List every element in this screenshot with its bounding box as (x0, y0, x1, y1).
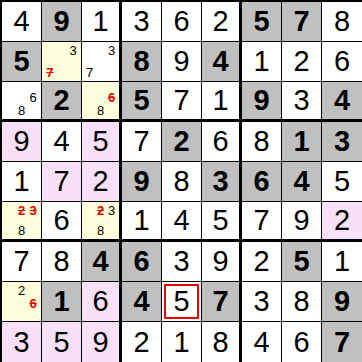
cell-r7c5[interactable]: 3 (162, 242, 202, 282)
given-digit: 9 (53, 7, 69, 36)
solved-digit: 6 (173, 7, 189, 36)
candidate-empty-slot (56, 66, 68, 79)
candidate-6: 6 (27, 91, 39, 104)
candidate-empty-slot (16, 310, 28, 319)
candidate-7-eliminated: 7 (44, 66, 56, 79)
candidate-3-eliminated: 3 (27, 204, 39, 217)
candidate-8: 8 (16, 104, 28, 117)
cell-r5c2[interactable]: 7 (42, 162, 82, 202)
candidate-empty-slot (4, 224, 16, 237)
cell-r9c7[interactable]: 4 (242, 322, 282, 362)
candidate-8: 8 (95, 224, 106, 237)
candidate-empty-slot (4, 297, 16, 310)
candidate-empty-slot (84, 44, 95, 57)
candidate-empty-slot (67, 66, 79, 79)
solved-digit: 7 (253, 206, 269, 235)
candidate-empty-slot (4, 204, 16, 217)
cell-r6c8[interactable]: 9 (282, 202, 322, 242)
cell-r5c1[interactable]: 1 (2, 162, 42, 202)
cell-r1c2[interactable]: 9 (42, 2, 82, 42)
cell-r2c1[interactable]: 5 (2, 42, 42, 82)
given-digit: 5 (253, 7, 269, 36)
cell-r4c8[interactable]: 1 (282, 122, 322, 162)
candidate-8: 8 (16, 224, 28, 237)
solved-digit: 8 (173, 167, 189, 196)
solved-digit: 7 (173, 86, 189, 115)
pencil-marks: 37 (84, 44, 117, 79)
cell-r5c5[interactable]: 8 (162, 162, 202, 202)
cell-r8c2[interactable]: 1 (42, 282, 82, 322)
cell-r3c7[interactable]: 9 (242, 82, 282, 122)
solved-digit: 9 (13, 127, 29, 156)
solved-digit: 4 (13, 7, 29, 36)
given-digit: 8 (133, 47, 149, 76)
candidate-8: 8 (95, 104, 106, 117)
cell-r8c3[interactable]: 6 (82, 282, 122, 322)
solved-digit: 4 (53, 127, 69, 156)
candidate-empty-slot (4, 104, 16, 117)
given-digit: 9 (253, 86, 269, 115)
cell-r2c4[interactable]: 8 (122, 42, 162, 82)
solved-digit: 1 (92, 7, 108, 36)
cell-r3c5[interactable]: 7 (162, 82, 202, 122)
solved-digit: 3 (253, 287, 269, 316)
cell-r1c9[interactable]: 8 (322, 2, 362, 42)
solved-digit: 9 (293, 206, 309, 235)
candidate-2-eliminated: 2 (95, 204, 106, 217)
solved-digit: 9 (92, 328, 108, 357)
solved-digit: 3 (293, 86, 309, 115)
cell-r7c2[interactable]: 8 (42, 242, 82, 282)
candidate-empty-slot (84, 204, 95, 217)
candidate-empty-slot (4, 84, 16, 91)
candidate-empty-slot (84, 217, 95, 224)
solved-digit: 8 (53, 247, 69, 276)
given-digit: 4 (334, 86, 350, 115)
given-digit: 1 (53, 287, 69, 316)
cell-r1c7[interactable]: 5 (242, 2, 282, 42)
cell-r4c4[interactable]: 7 (122, 122, 162, 162)
cell-r6c2[interactable]: 6 (42, 202, 82, 242)
cell-r2c5[interactable]: 9 (162, 42, 202, 82)
cell-r2c2[interactable]: 37 (42, 42, 82, 82)
solved-digit: 2 (212, 7, 228, 36)
cell-r7c1[interactable]: 7 (2, 242, 42, 282)
cell-r7c4[interactable]: 6 (122, 242, 162, 282)
cell-r6c5[interactable]: 4 (162, 202, 202, 242)
cell-r3c2[interactable]: 2 (42, 82, 82, 122)
cell-r8c5[interactable]: 5 (162, 282, 202, 322)
cell-r4c5[interactable]: 2 (162, 122, 202, 162)
given-digit: 6 (133, 247, 149, 276)
cell-r7c9[interactable]: 1 (322, 242, 362, 282)
candidate-empty-slot (106, 104, 117, 117)
given-digit: 5 (13, 47, 29, 76)
solved-digit: 7 (133, 127, 149, 156)
pencil-marks: 68 (84, 84, 117, 117)
cell-r4c1[interactable]: 9 (2, 122, 42, 162)
solved-digit: 1 (334, 247, 350, 276)
candidate-empty-slot (27, 104, 39, 117)
given-digit: 7 (293, 7, 309, 36)
solved-digit: 1 (173, 328, 189, 357)
cell-r6c3[interactable]: 238 (82, 202, 122, 242)
solved-digit: 3 (13, 328, 29, 357)
cell-r3c3[interactable]: 68 (82, 82, 122, 122)
solved-digit: 5 (212, 206, 228, 235)
given-digit: 7 (212, 287, 228, 316)
candidate-empty-slot (16, 297, 28, 310)
cell-r5c6[interactable]: 3 (202, 162, 242, 202)
candidate-empty-slot (27, 224, 39, 237)
cell-r2c9[interactable]: 6 (322, 42, 362, 82)
candidate-2: 2 (16, 284, 28, 297)
cell-r9c9[interactable]: 7 (322, 322, 362, 362)
cell-r5c8[interactable]: 4 (282, 162, 322, 202)
candidate-7: 7 (84, 66, 95, 79)
cell-r2c7[interactable]: 1 (242, 42, 282, 82)
cell-r3c6[interactable]: 1 (202, 82, 242, 122)
solved-digit: 4 (173, 206, 189, 235)
cell-r8c8[interactable]: 8 (282, 282, 322, 322)
pencil-marks: 26 (4, 284, 39, 319)
cell-r3c8[interactable]: 3 (282, 82, 322, 122)
candidate-empty-slot (56, 57, 68, 66)
cell-r1c4[interactable]: 3 (122, 2, 162, 42)
cell-r8c6[interactable]: 7 (202, 282, 242, 322)
given-digit: 7 (334, 328, 350, 357)
solved-digit: 5 (92, 127, 108, 156)
candidate-empty-slot (4, 217, 16, 224)
cell-r4c9[interactable]: 3 (322, 122, 362, 162)
candidate-empty-slot (95, 57, 106, 66)
candidate-empty-slot (84, 84, 95, 91)
candidate-empty-slot (4, 91, 16, 104)
candidate-empty-slot (4, 284, 16, 297)
solved-digit: 5 (173, 287, 189, 316)
given-digit: 4 (212, 47, 228, 76)
cell-r9c1[interactable]: 3 (2, 322, 42, 362)
given-digit: 6 (253, 167, 269, 196)
given-digit: 3 (212, 167, 228, 196)
pencil-marks: 238 (4, 204, 39, 237)
given-digit: 9 (334, 287, 350, 316)
cell-r5c3[interactable]: 2 (82, 162, 122, 202)
candidate-empty-slot (106, 217, 117, 224)
given-digit: 4 (293, 167, 309, 196)
given-digit: 5 (293, 247, 309, 276)
cell-r9c4[interactable]: 2 (122, 322, 162, 362)
cell-r2c3[interactable]: 37 (82, 42, 122, 82)
candidate-empty-slot (4, 310, 16, 319)
cell-r1c5[interactable]: 6 (162, 2, 202, 42)
solved-digit: 8 (293, 287, 309, 316)
candidate-empty-slot (84, 104, 95, 117)
cell-r5c9[interactable]: 5 (322, 162, 362, 202)
solved-digit: 6 (212, 127, 228, 156)
candidate-empty-slot (44, 44, 56, 57)
candidate-empty-slot (27, 310, 39, 319)
solved-digit: 8 (253, 127, 269, 156)
solved-digit: 6 (53, 206, 69, 235)
cell-r7c6[interactable]: 9 (202, 242, 242, 282)
candidate-3: 3 (106, 44, 117, 57)
solved-digit: 6 (334, 47, 350, 76)
solved-digit: 9 (173, 47, 189, 76)
cell-r4c3[interactable]: 5 (82, 122, 122, 162)
pencil-marks: 238 (84, 204, 117, 237)
cell-r4c2[interactable]: 4 (42, 122, 82, 162)
cell-r3c1[interactable]: 68 (2, 82, 42, 122)
candidate-empty-slot (16, 84, 28, 91)
cell-r7c8[interactable]: 5 (282, 242, 322, 282)
candidate-empty-slot (95, 84, 106, 91)
cell-r1c1[interactable]: 4 (2, 2, 42, 42)
given-digit: 2 (53, 86, 69, 115)
cell-r6c9[interactable]: 2 (322, 202, 362, 242)
candidate-empty-slot (106, 224, 117, 237)
cell-r9c8[interactable]: 6 (282, 322, 322, 362)
given-digit: 3 (334, 127, 350, 156)
candidate-empty-slot (95, 66, 106, 79)
solved-digit: 1 (133, 206, 149, 235)
cell-r6c4[interactable]: 1 (122, 202, 162, 242)
candidate-empty-slot (56, 44, 68, 57)
cell-r6c1[interactable]: 238 (2, 202, 42, 242)
cell-r2c8[interactable]: 2 (282, 42, 322, 82)
solved-digit: 2 (253, 247, 269, 276)
given-digit: 9 (133, 167, 149, 196)
cell-r1c3[interactable]: 1 (82, 2, 122, 42)
solved-digit: 7 (13, 247, 29, 276)
cell-r9c2[interactable]: 5 (42, 322, 82, 362)
solved-digit: 5 (53, 328, 69, 357)
given-digit: 4 (133, 287, 149, 316)
cell-r8c9[interactable]: 9 (322, 282, 362, 322)
solved-digit: 1 (253, 47, 269, 76)
cell-r7c7[interactable]: 2 (242, 242, 282, 282)
cell-r5c7[interactable]: 6 (242, 162, 282, 202)
cell-r3c9[interactable]: 4 (322, 82, 362, 122)
given-digit: 5 (133, 86, 149, 115)
cell-r4c7[interactable]: 8 (242, 122, 282, 162)
given-digit: 2 (173, 127, 189, 156)
solved-digit: 6 (92, 287, 108, 316)
solved-digit: 9 (212, 247, 228, 276)
cell-r3c4[interactable]: 5 (122, 82, 162, 122)
sudoku-board: 4913625785373789412668268571934945726813… (0, 0, 362, 362)
solved-digit: 4 (253, 328, 269, 357)
cell-r2c6[interactable]: 4 (202, 42, 242, 82)
candidate-empty-slot (27, 217, 39, 224)
candidate-3: 3 (106, 204, 117, 217)
candidate-empty-slot (84, 224, 95, 237)
solved-digit: 8 (334, 7, 350, 36)
candidate-empty-slot (67, 57, 79, 66)
solved-digit: 2 (334, 206, 350, 235)
candidate-empty-slot (106, 57, 117, 66)
cell-r6c6[interactable]: 5 (202, 202, 242, 242)
cell-r8c7[interactable]: 3 (242, 282, 282, 322)
solved-digit: 1 (212, 86, 228, 115)
solved-digit: 3 (133, 7, 149, 36)
solved-digit: 2 (293, 47, 309, 76)
cell-r6c7[interactable]: 7 (242, 202, 282, 242)
solved-digit: 1 (13, 167, 29, 196)
solved-digit: 5 (334, 167, 350, 196)
cell-r7c3[interactable]: 4 (82, 242, 122, 282)
cell-r8c4[interactable]: 4 (122, 282, 162, 322)
solved-digit: 8 (212, 328, 228, 357)
solved-digit: 6 (293, 328, 309, 357)
pencil-marks: 68 (4, 84, 39, 117)
cell-r1c8[interactable]: 7 (282, 2, 322, 42)
cell-r9c6[interactable]: 8 (202, 322, 242, 362)
given-digit: 4 (92, 247, 108, 276)
candidate-3: 3 (67, 44, 79, 57)
solved-digit: 7 (53, 167, 69, 196)
given-digit: 1 (293, 127, 309, 156)
candidate-6-eliminated: 6 (27, 297, 39, 310)
cell-r9c3[interactable]: 9 (82, 322, 122, 362)
cell-r9c5[interactable]: 1 (162, 322, 202, 362)
cell-r8c1[interactable]: 26 (2, 282, 42, 322)
candidate-6-eliminated: 6 (106, 91, 117, 104)
candidate-2-eliminated: 2 (16, 204, 28, 217)
solved-digit: 3 (173, 247, 189, 276)
candidate-empty-slot (95, 44, 106, 57)
pencil-marks: 37 (44, 44, 79, 79)
candidate-empty-slot (84, 91, 95, 104)
solved-digit: 2 (92, 167, 108, 196)
solved-digit: 2 (133, 328, 149, 357)
candidate-empty-slot (106, 66, 117, 79)
cell-r4c6[interactable]: 6 (202, 122, 242, 162)
cell-r1c6[interactable]: 2 (202, 2, 242, 42)
cell-r5c4[interactable]: 9 (122, 162, 162, 202)
